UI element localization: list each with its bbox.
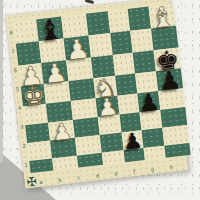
photo-scene: 87654321 abcdefgh ✠ ♝♝♟♟♟♚♚♞♟♟♟♟♟ (0, 0, 200, 200)
rank-label-3: 3 (20, 123, 24, 129)
rank-label-6: 6 (13, 66, 17, 72)
square-g1[interactable] (165, 143, 191, 158)
square-a1[interactable] (29, 158, 54, 173)
corner-ornament-icon: ✠ (26, 175, 37, 188)
piece-white-pawn-b6[interactable]: ♟ (43, 62, 69, 85)
square-e5[interactable] (115, 73, 137, 95)
rank-label-1: 1 (24, 161, 28, 167)
square-f4[interactable]: ♟ (137, 91, 161, 112)
square-a5[interactable]: ♚ (21, 84, 46, 107)
square-d4[interactable]: ♟ (95, 95, 119, 117)
file-label-d: d (95, 172, 99, 178)
backdrop-edge (0, 0, 3, 162)
square-c1[interactable] (77, 153, 102, 168)
square-f7[interactable] (130, 29, 154, 53)
square-g8[interactable]: ♝ (149, 4, 176, 29)
rank-label-7: 7 (11, 48, 15, 54)
square-b8[interactable]: ♝ (37, 17, 64, 42)
square-e6[interactable] (113, 53, 135, 76)
piece-black-pawn-g5[interactable]: ♟ (158, 70, 183, 92)
square-e7[interactable] (110, 31, 132, 55)
rank-label-5: 5 (16, 85, 20, 91)
chess-board: 87654321 abcdefgh ✠ ♝♝♟♟♟♚♚♞♟♟♟♟♟ (6, 0, 189, 189)
square-b6[interactable]: ♟ (42, 60, 69, 84)
piece-white-king-a5[interactable]: ♚ (21, 85, 46, 107)
rank-label-2: 2 (22, 142, 26, 148)
piece-white-bishop-g8[interactable]: ♝ (149, 6, 176, 31)
file-label-e: e (114, 170, 118, 176)
file-label-b: b (58, 176, 62, 182)
board-grid: ♝♝♟♟♟♚♚♞♟♟♟♟♟ (13, 5, 179, 173)
rank-label-4: 4 (18, 104, 22, 110)
file-label-g: g (150, 166, 154, 172)
piece-black-pawn-f4[interactable]: ♟ (137, 92, 161, 113)
piece-white-pawn-d4[interactable]: ♟ (96, 97, 120, 118)
piece-black-bishop-b8[interactable]: ♝ (37, 18, 64, 43)
piece-white-pawn-b3[interactable]: ♟ (51, 122, 74, 143)
square-e2[interactable]: ♟ (122, 131, 144, 151)
square-a8[interactable] (13, 19, 39, 44)
piece-white-pawn-c7[interactable]: ♟ (64, 38, 91, 62)
file-label-h: h (169, 163, 173, 169)
piece-black-pawn-e2[interactable]: ♟ (122, 132, 144, 152)
file-label-a: a (39, 178, 43, 184)
file-label-f: f (133, 168, 135, 174)
square-f6[interactable] (132, 50, 156, 73)
square-b3[interactable]: ♟ (48, 120, 75, 141)
dark-speck (85, 0, 94, 4)
square-d1[interactable] (101, 150, 125, 165)
square-f8[interactable] (127, 7, 151, 32)
square-b1[interactable] (52, 156, 78, 171)
square-e8[interactable] (108, 9, 130, 33)
square-e4[interactable] (117, 93, 139, 114)
square-d7[interactable] (88, 33, 113, 57)
rank-label-8: 8 (9, 29, 13, 35)
square-f1[interactable] (143, 146, 166, 160)
file-label-c: c (77, 174, 80, 180)
square-c7[interactable]: ♟ (64, 36, 91, 60)
square-d8[interactable] (86, 11, 111, 36)
square-g5[interactable]: ♟ (156, 68, 183, 91)
